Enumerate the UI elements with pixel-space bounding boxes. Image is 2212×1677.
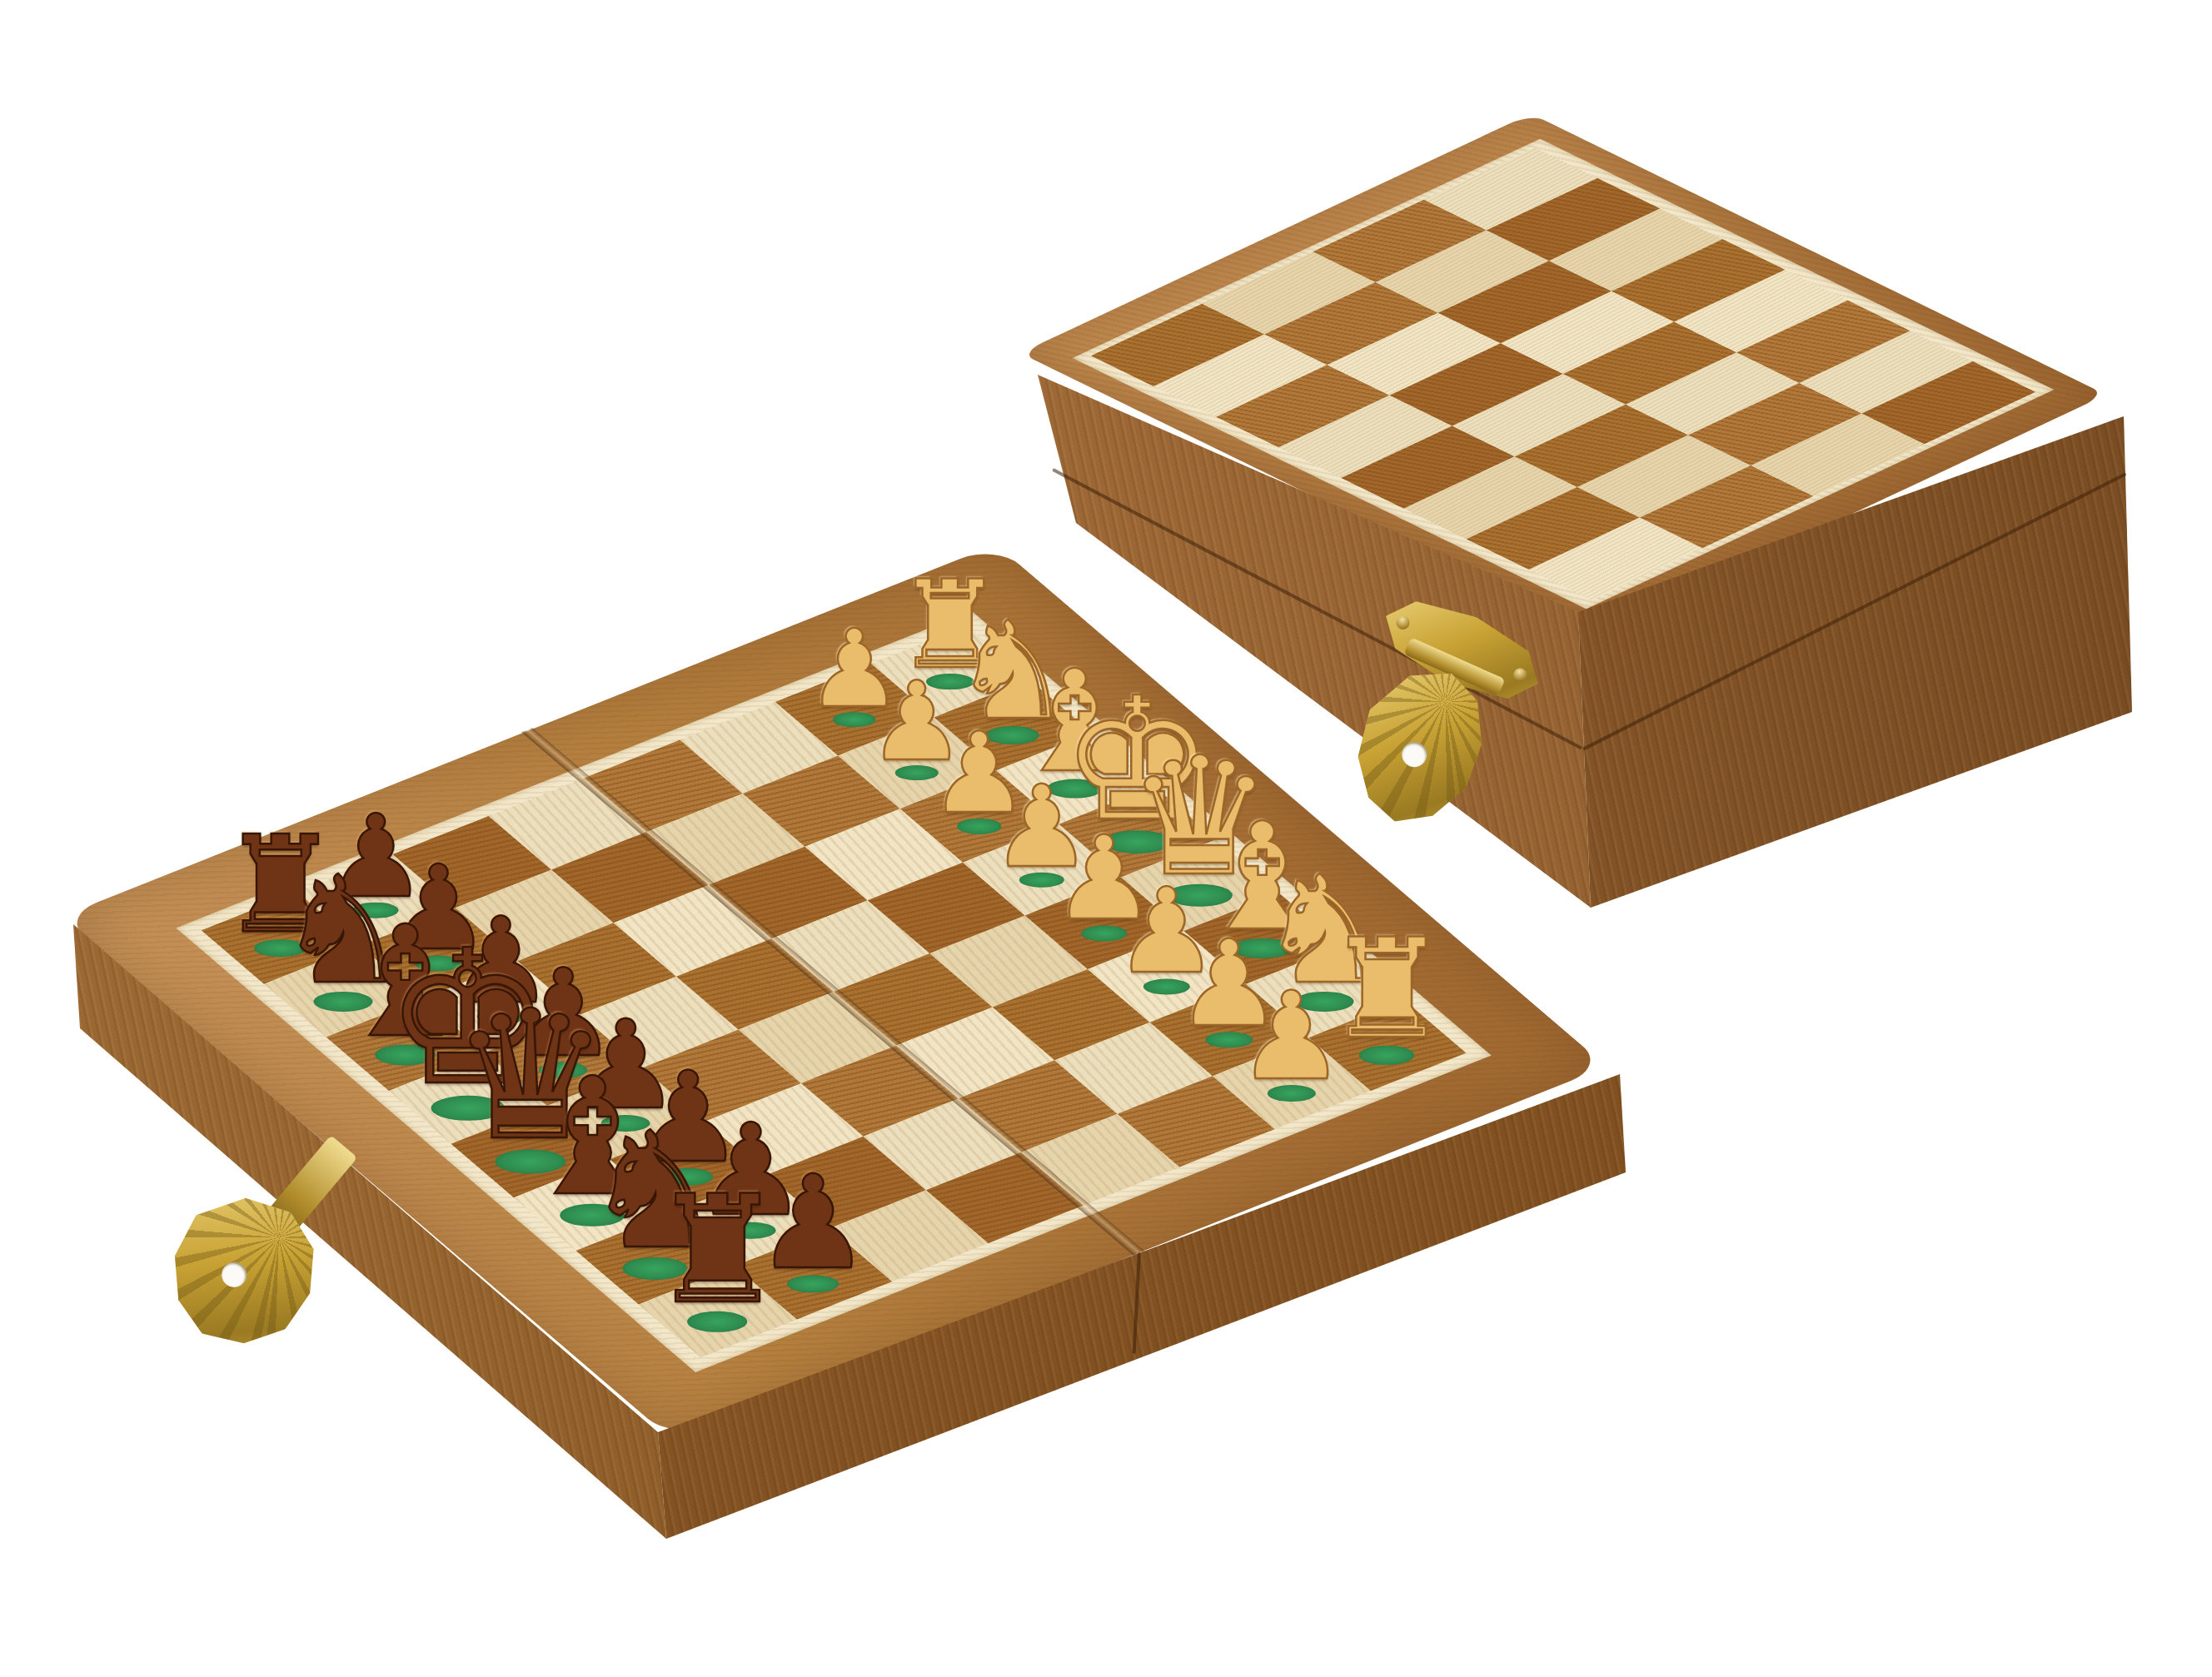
product-photo-scene: ♜♞♝♚♛♝♞♜♟♟♟♟♟♟♟♟♟♟♟♟♟♟♟♟♜♞♝♚♛♝♞♜: [0, 0, 2212, 1677]
